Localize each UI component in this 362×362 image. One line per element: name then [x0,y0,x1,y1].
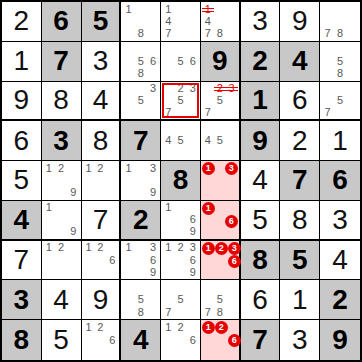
cell-r5c3[interactable]: 12 [82,161,122,201]
empty-candidate-slot [135,162,147,174]
empty-candidate-slot [55,202,67,214]
cell-r6c5[interactable]: 169 [161,201,201,241]
empty-candidate-slot [135,174,147,186]
candidate-2: 2 [94,242,106,254]
cell-r1c3[interactable]: 5 [82,2,122,42]
empty-candidate-slot [187,202,199,214]
given-value: 4 [14,206,30,234]
empty-candidate-slot [174,306,186,318]
empty-candidate-slot [334,15,347,27]
empty-candidate-slot [135,106,147,118]
empty-candidate-slot [106,346,118,359]
empty-candidate-slot [174,346,186,359]
empty-candidate-slot [214,147,226,159]
given-value: 3 [14,286,30,314]
empty-candidate-slot [162,294,174,306]
empty-candidate-slot [162,266,174,278]
empty-candidate-slot [321,3,334,15]
empty-candidate-slot [321,67,334,79]
given-value: 7 [133,127,149,155]
given-value: 8 [173,166,189,194]
empty-candidate-slot [106,187,118,199]
cell-r6c6[interactable]: 16 [201,201,241,241]
empty-candidate-slot [174,106,186,118]
cell-r8c5[interactable]: 57 [161,280,201,320]
candidate-7: 7 [321,28,334,40]
chain-candidate-1: 1 [202,162,215,175]
empty-candidate-slot [147,94,159,106]
empty-candidate-slot [215,347,228,359]
cell-r2c8[interactable]: 4 [280,42,320,82]
cell-r9c2[interactable]: 5 [42,320,82,360]
cell-r7c1[interactable]: 7 [2,241,42,281]
empty-candidate-slot [174,266,186,278]
cell-r9c8[interactable]: 3 [280,320,320,360]
cell-r9c5[interactable]: 126 [161,320,201,360]
candidate-1: 1 [162,3,174,15]
empty-candidate-slot [187,147,199,159]
candidate-grid: 58 [122,281,159,318]
empty-candidate-slot [67,214,79,226]
candidate-1: 1 [162,242,174,254]
empty-candidate-slot [202,294,214,306]
cell-r6c7[interactable]: 5 [241,201,281,241]
candidate-1: 1 [83,242,95,254]
empty-candidate-slot [147,43,159,55]
candidate-grid: 1236 [202,242,238,279]
candidate-1: 1 [162,202,174,214]
cell-r2c6[interactable]: 9 [201,42,241,82]
given-value: 9 [212,47,228,75]
candidate-2: 2 [174,242,186,254]
candidate-9: 9 [147,266,159,278]
cell-r5c7[interactable]: 4 [241,161,281,201]
candidate-1: 1 [122,3,134,15]
cell-r4c3[interactable]: 8 [82,121,122,161]
cell-r4c6[interactable]: 45 [201,121,241,161]
cell-r7c2[interactable]: 12 [42,241,82,281]
empty-candidate-slot [94,254,106,266]
empty-candidate-slot [147,306,159,318]
cell-r1c2[interactable]: 6 [42,2,82,42]
empty-candidate-slot [135,187,147,199]
candidate-grid: 126 [83,242,119,279]
empty-candidate-slot [187,281,199,293]
cell-r4c4[interactable]: 7 [121,121,161,161]
candidate-5: 5 [135,55,147,67]
solved-value: 6 [292,86,308,114]
cell-r5c1[interactable]: 5 [2,161,42,201]
cell-r8c7[interactable]: 6 [241,280,281,320]
candidate-5: 5 [174,135,186,147]
candidate-grid: 19 [43,202,80,238]
empty-candidate-slot [162,214,174,226]
candidate-7: 7 [162,306,174,318]
empty-candidate-slot [122,281,134,293]
cell-r5c2[interactable]: 129 [42,161,82,201]
cell-r7c8[interactable]: 5 [280,241,320,281]
empty-candidate-slot [214,106,226,118]
candidate-6: 6 [106,254,118,266]
candidate-2: 2 [174,83,186,95]
candidate-4: 4 [202,15,214,27]
candidate-9: 9 [67,187,79,199]
cell-r2c3[interactable]: 3 [82,42,122,82]
empty-candidate-slot [94,187,106,199]
candidate-grid: 126 [162,321,199,359]
cell-r4c9[interactable]: 1 [320,121,360,161]
candidate-grid: 56 [162,43,199,80]
cell-r3c2[interactable]: 8 [42,82,82,122]
cell-r7c5[interactable]: 12369 [161,241,201,281]
candidate-9: 9 [147,187,159,199]
empty-candidate-slot [214,15,226,27]
empty-candidate-slot [147,28,159,40]
cell-r3c3[interactable]: 4 [82,82,122,122]
candidate-2: 2 [55,162,67,174]
empty-candidate-slot [55,226,67,238]
cell-r1c7[interactable]: 3 [241,2,281,42]
empty-candidate-slot [174,147,186,159]
empty-candidate-slot [187,306,199,318]
empty-candidate-slot [174,226,186,238]
empty-candidate-slot [83,346,95,359]
empty-candidate-slot [202,175,215,187]
candidate-4: 4 [202,135,214,147]
cell-r3c6[interactable]: 2357 [201,82,241,122]
cell-r1c4[interactable]: 18 [121,2,161,42]
empty-candidate-slot [202,122,214,134]
cell-r8c1[interactable]: 3 [2,280,42,320]
empty-candidate-slot [94,346,106,359]
solved-value: 3 [93,47,109,75]
empty-candidate-slot [147,281,159,293]
given-value: 5 [292,246,308,274]
cell-r2c7[interactable]: 2 [241,42,281,82]
chain-candidate-6: 6 [228,255,241,268]
cell-r3c8[interactable]: 6 [280,82,320,122]
cell-r1c5[interactable]: 147 [161,2,201,42]
empty-candidate-slot [226,15,238,27]
empty-candidate-slot [162,226,174,238]
given-value: 4 [133,326,149,354]
empty-candidate-slot [187,294,199,306]
empty-candidate-slot [346,43,359,55]
cell-r1c6[interactable]: 1478 [201,2,241,42]
candidate-1: 1 [43,202,55,214]
candidate-grid: 12369 [162,242,199,279]
empty-candidate-slot [43,266,55,278]
given-value: 7 [252,326,268,354]
empty-candidate-slot [226,28,238,40]
cell-r3c9[interactable]: 57 [320,82,360,122]
given-value: 2 [133,206,149,234]
cell-r7c6[interactable]: 1236 [201,241,241,281]
empty-candidate-slot [174,15,186,27]
empty-candidate-slot [147,15,159,27]
empty-candidate-slot [162,281,174,293]
candidate-5: 5 [174,94,186,106]
empty-candidate-slot [147,294,159,306]
empty-candidate-slot [122,55,134,67]
candidate-grid: 57 [162,281,199,318]
candidate-grid: 2357 [202,83,238,119]
empty-candidate-slot [346,55,359,67]
empty-candidate-slot [225,228,238,238]
cell-r3c4[interactable]: 35 [121,82,161,122]
cell-r5c5[interactable]: 8 [161,161,201,201]
empty-candidate-slot [346,83,359,95]
empty-candidate-slot [94,174,106,186]
candidate-5: 5 [214,294,226,306]
candidate-grid: 78 [321,3,359,40]
empty-candidate-slot [135,3,147,15]
empty-candidate-slot [226,135,238,147]
cell-r4c2[interactable]: 3 [42,121,82,161]
cell-r3c7[interactable]: 1 [241,82,281,122]
solved-value: 2 [292,127,308,155]
empty-candidate-slot [346,67,359,79]
empty-candidate-slot [135,281,147,293]
candidate-8: 8 [135,28,147,40]
empty-candidate-slot [202,268,215,279]
empty-candidate-slot [147,3,159,15]
cell-r8c6[interactable]: 578 [201,280,241,320]
cell-r2c2[interactable]: 7 [42,42,82,82]
empty-candidate-slot [147,106,159,118]
cell-r9c7[interactable]: 7 [241,320,281,360]
empty-candidate-slot [215,268,228,279]
empty-candidate-slot [174,281,186,293]
candidate-grid: 57 [321,83,359,119]
cell-r8c3[interactable]: 9 [82,280,122,320]
empty-candidate-slot [162,83,174,95]
candidate-grid: 139 [122,162,159,199]
empty-candidate-slot [135,43,147,55]
cell-r2c1[interactable]: 1 [2,42,42,82]
empty-candidate-slot [135,15,147,27]
empty-candidate-slot [94,266,106,278]
empty-candidate-slot [346,3,359,15]
cell-r1c8[interactable]: 9 [280,2,320,42]
candidate-grid: 58 [321,43,359,80]
solved-value: 1 [292,286,308,314]
empty-candidate-slot [122,94,134,106]
empty-candidate-slot [187,43,199,55]
candidate-grid: 129 [43,162,80,199]
empty-candidate-slot [174,122,186,134]
candidate-2: 2 [94,162,106,174]
empty-candidate-slot [225,187,238,199]
empty-candidate-slot [174,254,186,266]
cell-r9c1[interactable]: 8 [2,320,42,360]
cell-r1c9[interactable]: 78 [320,2,360,42]
empty-candidate-slot [321,55,334,67]
empty-candidate-slot [122,28,134,40]
empty-candidate-slot [202,347,215,359]
cell-r8c4[interactable]: 58 [121,280,161,320]
empty-candidate-slot [202,147,214,159]
empty-candidate-slot [122,15,134,27]
empty-candidate-slot [187,15,199,27]
candidate-7: 7 [162,28,174,40]
cell-r7c7[interactable]: 8 [241,241,281,281]
cell-r3c1[interactable]: 9 [2,82,42,122]
empty-candidate-slot [215,162,225,175]
candidate-grid: 45 [202,122,238,159]
candidate-grid: 12 [43,242,80,279]
solved-value: 4 [93,86,109,114]
candidate-8: 8 [135,67,147,79]
candidate-9: 9 [67,226,79,238]
cell-r2c5[interactable]: 56 [161,42,201,82]
cell-r6c4[interactable]: 2 [121,201,161,241]
empty-candidate-slot [122,174,134,186]
solved-value: 3 [292,326,308,354]
empty-candidate-slot [187,3,199,15]
empty-candidate-slot [215,187,225,199]
empty-candidate-slot [122,294,134,306]
cell-r5c8[interactable]: 7 [280,161,320,201]
cell-r2c4[interactable]: 568 [121,42,161,82]
empty-candidate-slot [67,254,79,266]
cell-r5c6[interactable]: 13 [201,161,241,201]
empty-candidate-slot [334,3,347,15]
empty-candidate-slot [162,67,174,79]
cell-r7c4[interactable]: 1369 [121,241,161,281]
candidate-7: 7 [202,306,214,318]
cell-r9c9[interactable]: 9 [320,320,360,360]
empty-candidate-slot [106,174,118,186]
empty-candidate-slot [215,215,225,228]
given-value: 2 [252,47,268,75]
empty-candidate-slot [174,43,186,55]
empty-candidate-slot [228,268,241,279]
solved-value: 4 [53,286,69,314]
empty-candidate-slot [106,321,118,334]
candidate-5: 5 [174,55,186,67]
cell-r5c4[interactable]: 139 [121,161,161,201]
empty-candidate-slot [55,187,67,199]
sudoku-board: 2651814714783978173568569245898435235723… [0,0,362,362]
empty-candidate-slot [122,187,134,199]
empty-candidate-slot [122,67,134,79]
empty-candidate-slot [214,122,226,134]
empty-candidate-slot [187,135,199,147]
candidate-6: 6 [187,214,199,226]
empty-candidate-slot [202,255,215,268]
cell-r4c1[interactable]: 6 [2,121,42,161]
cell-r2c9[interactable]: 58 [320,42,360,82]
cell-r8c2[interactable]: 4 [42,280,82,320]
candidate-4: 4 [162,135,174,147]
candidate-6: 6 [187,254,199,266]
given-value: 9 [252,127,268,155]
candidate-grid: 1369 [122,242,159,279]
cell-r4c5[interactable]: 45 [161,121,201,161]
empty-candidate-slot [214,3,226,15]
empty-candidate-slot [55,174,67,186]
candidate-9: 9 [187,226,199,238]
empty-candidate-slot [187,106,199,118]
empty-candidate-slot [228,347,241,359]
empty-candidate-slot [55,254,67,266]
candidate-5: 5 [135,294,147,306]
cell-r6c2[interactable]: 19 [42,201,82,241]
empty-candidate-slot [226,294,238,306]
candidate-3: 3 [147,162,159,174]
empty-candidate-slot [215,334,228,347]
chain-candidate-2: 2 [215,321,228,334]
empty-candidate-slot [147,67,159,79]
candidate-3: 3 [187,242,199,254]
cell-r7c9[interactable]: 4 [320,241,360,281]
empty-candidate-slot [67,242,79,254]
given-value: 4 [292,47,308,75]
candidate-grid: 126 [83,321,119,359]
given-value: 6 [53,7,69,35]
candidate-grid: 45 [162,122,199,159]
empty-candidate-slot [346,106,359,118]
candidate-9: 9 [187,266,199,278]
empty-candidate-slot [321,15,334,27]
candidate-1: 1 [83,162,95,174]
cell-r7c3[interactable]: 126 [82,241,122,281]
empty-candidate-slot [226,94,238,106]
empty-candidate-slot [174,67,186,79]
cell-r4c8[interactable]: 2 [280,121,320,161]
chain-candidate-3: 3 [228,242,241,255]
empty-candidate-slot [135,266,147,278]
cell-r4c7[interactable]: 9 [241,121,281,161]
empty-candidate-slot [226,147,238,159]
given-value: 2 [332,286,348,314]
cell-r8c9[interactable]: 2 [320,280,360,320]
candidate-6: 6 [147,55,159,67]
solved-value: 5 [14,166,30,194]
cell-r8c8[interactable]: 1 [280,280,320,320]
cell-r3c5[interactable]: 2357 [161,82,201,122]
cell-r9c6[interactable]: 126 [201,320,241,360]
cell-r6c3[interactable]: 7 [82,201,122,241]
chain-candidate-6: 6 [225,215,238,228]
candidate-3: 3 [147,83,159,95]
candidate-6: 6 [187,334,199,347]
empty-candidate-slot [67,266,79,278]
cell-r9c4[interactable]: 4 [121,320,161,360]
given-value: 9 [332,326,348,354]
empty-candidate-slot [83,174,95,186]
cell-r6c8[interactable]: 8 [280,201,320,241]
cell-r9c3[interactable]: 126 [82,320,122,360]
solved-value: 6 [14,127,30,155]
candidate-grid: 126 [202,321,238,359]
cell-r6c9[interactable]: 3 [320,201,360,241]
given-value: 7 [292,166,308,194]
empty-candidate-slot [135,254,147,266]
given-value: 1 [252,86,268,114]
empty-candidate-slot [174,202,186,214]
cell-r1c1[interactable]: 2 [2,2,42,42]
cell-r5c9[interactable]: 6 [320,161,360,201]
solved-value: 4 [252,166,268,194]
solved-value: 1 [14,47,30,75]
eliminated-candidate-2: 2 [214,83,226,95]
cell-r6c1[interactable]: 4 [2,201,42,241]
solved-value: 7 [14,246,30,274]
candidate-grid: 169 [162,202,199,238]
empty-candidate-slot [83,187,95,199]
